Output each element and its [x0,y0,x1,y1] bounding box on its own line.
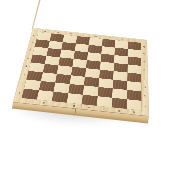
chessboard: abcdefgh abcdefgh 87654321 87654321 [13,28,149,116]
photo-scene: abcdefgh abcdefgh 87654321 87654321 [0,0,170,170]
hinge-seam-front [74,109,76,116]
coord-label-right-1: 1 [141,101,148,111]
rank-labels-right: 87654321 [141,43,149,111]
